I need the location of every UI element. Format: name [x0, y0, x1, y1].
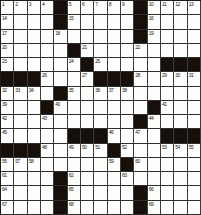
clue-number-1: 1 [2, 1, 4, 7]
white-cell-r4c11[interactable]: 22 [134, 44, 147, 58]
clue-number-5: 5 [69, 1, 71, 7]
white-cell-r4c9[interactable] [108, 44, 121, 58]
white-cell-r1c3[interactable]: 3 [28, 1, 41, 15]
clue-number-48: 48 [42, 144, 47, 150]
clue-number-13: 13 [189, 1, 194, 7]
black-cell-r9c11 [134, 115, 147, 129]
white-cell-r3c6[interactable] [68, 30, 81, 44]
white-cell-r8c3[interactable] [28, 101, 41, 115]
white-cell-r13c9[interactable] [108, 172, 121, 186]
white-cell-r5c12[interactable] [148, 58, 161, 72]
white-cell-r12c12[interactable] [148, 158, 161, 172]
black-cell-r5c13 [161, 58, 174, 72]
white-cell-r4c7[interactable]: 21 [81, 44, 94, 58]
white-cell-r15c12[interactable]: 69 [148, 201, 161, 215]
white-cell-r7c1[interactable]: 32 [1, 87, 14, 101]
clue-number-21: 21 [82, 44, 87, 50]
white-cell-r3c12[interactable]: 19 [148, 30, 161, 44]
white-cell-r7c15[interactable] [188, 87, 201, 101]
white-cell-r8c13[interactable]: 41 [161, 101, 174, 115]
white-cell-r15c14[interactable] [174, 201, 187, 215]
white-cell-r14c3[interactable] [28, 186, 41, 200]
white-cell-r6c7[interactable]: 27 [81, 72, 94, 86]
clue-number-45: 45 [2, 129, 7, 135]
white-cell-r14c9[interactable] [108, 186, 121, 200]
white-cell-r1c4[interactable]: 4 [41, 1, 54, 15]
clue-number-57: 57 [15, 158, 20, 164]
white-cell-r2c6[interactable]: 15 [68, 15, 81, 29]
black-cell-r6c2 [14, 72, 27, 86]
white-cell-r8c5[interactable]: 40 [54, 101, 67, 115]
white-cell-r15c15[interactable] [188, 201, 201, 215]
white-cell-r5c3[interactable] [28, 58, 41, 72]
clue-number-40: 40 [55, 101, 60, 107]
clue-number-14: 14 [2, 15, 7, 21]
white-cell-r2c2[interactable] [14, 15, 27, 29]
clue-number-4: 4 [42, 1, 44, 7]
white-cell-r6c12[interactable] [148, 72, 161, 86]
white-cell-r4c15[interactable] [188, 44, 201, 58]
white-cell-r3c8[interactable] [94, 30, 107, 44]
clue-number-63: 63 [122, 172, 127, 178]
white-cell-r2c10[interactable] [121, 15, 134, 29]
white-cell-r9c4[interactable]: 43 [41, 115, 54, 129]
white-cell-r2c9[interactable] [108, 15, 121, 29]
white-cell-r2c13[interactable] [161, 15, 174, 29]
white-cell-r12c7[interactable] [81, 158, 94, 172]
white-cell-r6c4[interactable]: 26 [41, 72, 54, 86]
white-cell-r3c4[interactable] [41, 30, 54, 44]
clue-number-42: 42 [2, 115, 7, 121]
white-cell-r8c8[interactable] [94, 101, 107, 115]
white-cell-r5c8[interactable]: 25 [94, 58, 107, 72]
black-cell-r3c11 [134, 30, 147, 44]
white-cell-r9c15[interactable] [188, 115, 201, 129]
white-cell-r13c15[interactable] [188, 172, 201, 186]
white-cell-r1c2[interactable]: 2 [14, 1, 27, 15]
white-cell-r7c10[interactable]: 38 [121, 87, 134, 101]
white-cell-r7c2[interactable]: 33 [14, 87, 27, 101]
white-cell-r10c1[interactable]: 45 [1, 129, 14, 143]
white-cell-r5c1[interactable]: 23 [1, 58, 14, 72]
clue-number-20: 20 [2, 44, 7, 50]
white-cell-r13c12[interactable] [148, 172, 161, 186]
white-cell-r14c2[interactable] [14, 186, 27, 200]
white-cell-r8c1[interactable]: 39 [1, 101, 14, 115]
white-cell-r10c10[interactable] [121, 129, 134, 143]
white-cell-r7c3[interactable]: 34 [28, 87, 41, 101]
white-cell-r12c13[interactable] [161, 158, 174, 172]
white-cell-r10c3[interactable] [28, 129, 41, 143]
white-cell-r5c2[interactable] [14, 58, 27, 72]
clue-number-6: 6 [82, 1, 84, 7]
white-cell-r7c12[interactable] [148, 87, 161, 101]
white-cell-r9c5[interactable] [54, 115, 67, 129]
clue-number-62: 62 [69, 172, 74, 178]
white-cell-r15c2[interactable] [14, 201, 27, 215]
white-cell-r8c11[interactable] [134, 101, 147, 115]
white-cell-r13c4[interactable] [41, 172, 54, 186]
black-cell-r13c5 [54, 172, 67, 186]
black-cell-r10c13 [161, 129, 174, 143]
white-cell-r14c8[interactable] [94, 186, 107, 200]
clue-number-61: 61 [2, 172, 7, 178]
black-cell-r1c5 [54, 1, 67, 15]
white-cell-r4c13[interactable] [161, 44, 174, 58]
white-cell-r6c5[interactable] [54, 72, 67, 86]
white-cell-r13c8[interactable] [94, 172, 107, 186]
white-cell-r14c7[interactable] [81, 186, 94, 200]
white-cell-r6c11[interactable]: 28 [134, 72, 147, 86]
clue-number-66: 66 [149, 186, 154, 192]
white-cell-r15c4[interactable] [41, 201, 54, 215]
white-cell-r13c10[interactable]: 63 [121, 172, 134, 186]
white-cell-r11c10[interactable]: 52 [121, 144, 134, 158]
clue-number-31: 31 [189, 72, 194, 78]
white-cell-r3c1[interactable]: 17 [1, 30, 14, 44]
clue-number-52: 52 [122, 144, 127, 150]
clue-number-43: 43 [42, 115, 47, 121]
black-cell-r2c11 [134, 15, 147, 29]
white-cell-r15c3[interactable] [28, 201, 41, 215]
white-cell-r4c14[interactable] [174, 44, 187, 58]
white-cell-r14c12[interactable]: 66 [148, 186, 161, 200]
white-cell-r6c6[interactable] [68, 72, 81, 86]
white-cell-r2c15[interactable] [188, 15, 201, 29]
clue-number-24: 24 [69, 58, 74, 64]
clue-number-58: 58 [29, 158, 34, 164]
clue-number-54: 54 [175, 144, 180, 150]
black-cell-r5c14 [174, 58, 187, 72]
white-cell-r8c6[interactable] [68, 101, 81, 115]
white-cell-r3c3[interactable] [28, 30, 41, 44]
clue-number-10: 10 [149, 1, 154, 7]
white-cell-r3c5[interactable]: 18 [54, 30, 67, 44]
white-cell-r11c4[interactable]: 48 [41, 144, 54, 158]
white-cell-r5c5[interactable] [54, 58, 67, 72]
white-cell-r11c5[interactable] [54, 144, 67, 158]
black-cell-r10c7 [81, 129, 94, 143]
white-cell-r5c4[interactable] [41, 58, 54, 72]
white-cell-r14c15[interactable] [188, 186, 201, 200]
clue-number-27: 27 [82, 72, 87, 78]
white-cell-r7c7[interactable] [81, 87, 94, 101]
white-cell-r9c6[interactable] [68, 115, 81, 129]
clue-number-46: 46 [109, 129, 114, 135]
white-cell-r4c10[interactable] [121, 44, 134, 58]
white-cell-r6c13[interactable]: 29 [161, 72, 174, 86]
white-cell-r11c12[interactable] [148, 144, 161, 158]
white-cell-r13c13[interactable] [161, 172, 174, 186]
white-cell-r11c15[interactable]: 55 [188, 144, 201, 158]
clue-number-39: 39 [2, 101, 7, 107]
white-cell-r3c14[interactable] [174, 30, 187, 44]
white-cell-r11c14[interactable]: 54 [174, 144, 187, 158]
white-cell-r12c6[interactable] [68, 158, 81, 172]
black-cell-r5c15 [188, 58, 201, 72]
clue-number-16: 16 [149, 15, 154, 21]
clue-number-29: 29 [162, 72, 167, 78]
white-cell-r12c9[interactable]: 59 [108, 158, 121, 172]
white-cell-r2c12[interactable]: 16 [148, 15, 161, 29]
white-cell-r1c13[interactable]: 11 [161, 1, 174, 15]
white-cell-r1c9[interactable]: 8 [108, 1, 121, 15]
black-cell-r5c7 [81, 58, 94, 72]
black-cell-r6c8 [94, 72, 107, 86]
crossword-puzzle: 1234567891011121314151617181920212223242… [0, 0, 201, 215]
white-cell-r1c10[interactable]: 9 [121, 1, 134, 15]
white-cell-r11c8[interactable]: 51 [94, 144, 107, 158]
clue-number-47: 47 [135, 129, 140, 135]
white-cell-r15c7[interactable] [81, 201, 94, 215]
clue-number-2: 2 [15, 1, 17, 7]
white-cell-r9c13[interactable] [161, 115, 174, 129]
white-cell-r14c10[interactable] [121, 186, 134, 200]
black-cell-r11c2 [14, 144, 27, 158]
black-cell-r4c6 [68, 44, 81, 58]
white-cell-r1c6[interactable]: 5 [68, 1, 81, 15]
white-cell-r14c13[interactable] [161, 186, 174, 200]
white-cell-r13c2[interactable] [14, 172, 27, 186]
white-cell-r13c1[interactable]: 61 [1, 172, 14, 186]
clue-number-11: 11 [162, 1, 166, 7]
white-cell-r1c7[interactable]: 6 [81, 1, 94, 15]
white-cell-r12c5[interactable] [54, 158, 67, 172]
black-cell-r6c9 [108, 72, 121, 86]
white-cell-r2c8[interactable] [94, 15, 107, 29]
black-cell-r10c6 [68, 129, 81, 143]
black-cell-r14c11 [134, 186, 147, 200]
white-cell-r13c3[interactable] [28, 172, 41, 186]
black-cell-r1c11 [134, 1, 147, 15]
clue-number-68: 68 [69, 201, 74, 207]
white-cell-r12c8[interactable] [94, 158, 107, 172]
white-cell-r12c14[interactable] [174, 158, 187, 172]
white-cell-r3c7[interactable] [81, 30, 94, 44]
clue-number-19: 19 [149, 30, 154, 36]
clue-number-60: 60 [135, 158, 140, 164]
white-cell-r7c9[interactable]: 37 [108, 87, 121, 101]
white-cell-r4c5[interactable] [54, 44, 67, 58]
white-cell-r13c11[interactable] [134, 172, 147, 186]
white-cell-r14c14[interactable] [174, 186, 187, 200]
white-cell-r14c6[interactable]: 65 [68, 186, 81, 200]
white-cell-r15c8[interactable] [94, 201, 107, 215]
white-cell-r9c8[interactable] [94, 115, 107, 129]
black-cell-r6c10 [121, 72, 134, 86]
white-cell-r12c1[interactable]: 56 [1, 158, 14, 172]
white-cell-r12c4[interactable] [41, 158, 54, 172]
clue-number-34: 34 [29, 87, 34, 93]
clue-number-12: 12 [175, 1, 180, 7]
clue-number-18: 18 [55, 30, 60, 36]
clue-number-69: 69 [149, 201, 154, 207]
white-cell-r1c14[interactable]: 12 [174, 1, 187, 15]
clue-number-53: 53 [162, 144, 167, 150]
black-cell-r7c5 [54, 87, 67, 101]
clue-number-30: 30 [175, 72, 180, 78]
white-cell-r13c6[interactable]: 62 [68, 172, 81, 186]
black-cell-r6c3 [28, 72, 41, 86]
white-cell-r5c6[interactable]: 24 [68, 58, 81, 72]
white-cell-r3c9[interactable] [108, 30, 121, 44]
clue-number-7: 7 [95, 1, 97, 7]
white-cell-r9c2[interactable] [14, 115, 27, 129]
white-cell-r14c4[interactable] [41, 186, 54, 200]
white-cell-r1c15[interactable]: 13 [188, 1, 201, 15]
black-cell-r11c9 [108, 144, 121, 158]
black-cell-r2c5 [54, 15, 67, 29]
black-cell-r10c15 [188, 129, 201, 143]
clue-number-50: 50 [82, 144, 87, 150]
white-cell-r8c9[interactable] [108, 101, 121, 115]
clue-number-22: 22 [135, 44, 140, 50]
white-cell-r3c10[interactable] [121, 30, 134, 44]
white-cell-r12c11[interactable]: 60 [134, 158, 147, 172]
white-cell-r10c5[interactable] [54, 129, 67, 143]
white-cell-r1c1[interactable]: 1 [1, 1, 14, 15]
white-cell-r9c9[interactable] [108, 115, 121, 129]
white-cell-r10c9[interactable]: 46 [108, 129, 121, 143]
black-cell-r15c5 [54, 201, 67, 215]
clue-number-51: 51 [95, 144, 100, 150]
white-cell-r5c11[interactable] [134, 58, 147, 72]
white-cell-r15c6[interactable]: 68 [68, 201, 81, 215]
white-cell-r9c3[interactable] [28, 115, 41, 129]
white-cell-r7c6[interactable]: 35 [68, 87, 81, 101]
clue-number-44: 44 [149, 115, 154, 121]
white-cell-r7c14[interactable] [174, 87, 187, 101]
white-cell-r15c9[interactable] [108, 201, 121, 215]
white-cell-r4c12[interactable] [148, 44, 161, 58]
black-cell-r12c10 [121, 158, 134, 172]
clue-number-36: 36 [95, 87, 100, 93]
black-cell-r8c4 [41, 101, 54, 115]
clue-number-23: 23 [2, 58, 7, 64]
white-cell-r4c2[interactable] [14, 44, 27, 58]
white-cell-r12c2[interactable]: 57 [14, 158, 27, 172]
black-cell-r15c11 [134, 201, 147, 215]
white-cell-r9c10[interactable] [121, 115, 134, 129]
white-cell-r2c14[interactable] [174, 15, 187, 29]
clue-number-3: 3 [29, 1, 31, 7]
clue-number-41: 41 [162, 101, 167, 107]
clue-number-33: 33 [15, 87, 20, 93]
black-cell-r10c14 [174, 129, 187, 143]
white-cell-r7c11[interactable] [134, 87, 147, 101]
white-cell-r3c13[interactable] [161, 30, 174, 44]
clue-number-37: 37 [109, 87, 114, 93]
white-cell-r13c7[interactable] [81, 172, 94, 186]
white-cell-r7c8[interactable]: 36 [94, 87, 107, 101]
white-cell-r1c8[interactable]: 7 [94, 1, 107, 15]
white-cell-r7c13[interactable] [161, 87, 174, 101]
white-cell-r9c7[interactable] [81, 115, 94, 129]
white-cell-r3c2[interactable] [14, 30, 27, 44]
white-cell-r10c11[interactable]: 47 [134, 129, 147, 143]
white-cell-r10c2[interactable] [14, 129, 27, 143]
white-cell-r2c7[interactable] [81, 15, 94, 29]
white-cell-r8c7[interactable] [81, 101, 94, 115]
white-cell-r7c4[interactable] [41, 87, 54, 101]
white-cell-r11c13[interactable]: 53 [161, 144, 174, 158]
clue-number-35: 35 [69, 87, 74, 93]
clue-number-9: 9 [122, 1, 124, 7]
white-cell-r4c8[interactable] [94, 44, 107, 58]
black-cell-r11c3 [28, 144, 41, 158]
white-cell-r1c12[interactable]: 10 [148, 1, 161, 15]
white-cell-r9c12[interactable]: 44 [148, 115, 161, 129]
white-cell-r9c14[interactable] [174, 115, 187, 129]
white-cell-r8c15[interactable] [188, 101, 201, 115]
black-cell-r8c12 [148, 101, 161, 115]
white-cell-r2c4[interactable] [41, 15, 54, 29]
clue-number-59: 59 [109, 158, 114, 164]
white-cell-r15c13[interactable] [161, 201, 174, 215]
clue-number-32: 32 [2, 87, 7, 93]
white-cell-r4c4[interactable] [41, 44, 54, 58]
clue-number-28: 28 [135, 72, 140, 78]
black-cell-r6c1 [1, 72, 14, 86]
crossword-grid: 1234567891011121314151617181920212223242… [0, 0, 201, 215]
clue-number-15: 15 [69, 15, 74, 21]
clue-number-65: 65 [69, 186, 74, 192]
clue-number-17: 17 [2, 30, 7, 36]
clue-number-25: 25 [95, 58, 100, 64]
white-cell-r12c3[interactable]: 58 [28, 158, 41, 172]
white-cell-r13c14[interactable] [174, 172, 187, 186]
clue-number-55: 55 [189, 144, 194, 150]
white-cell-r3c15[interactable] [188, 30, 201, 44]
white-cell-r6c15[interactable]: 31 [188, 72, 201, 86]
black-cell-r10c8 [94, 129, 107, 143]
white-cell-r2c3[interactable] [28, 15, 41, 29]
white-cell-r11c11[interactable] [134, 144, 147, 158]
white-cell-r11c6[interactable]: 49 [68, 144, 81, 158]
white-cell-r4c3[interactable] [28, 44, 41, 58]
black-cell-r14c5 [54, 186, 67, 200]
clue-number-38: 38 [122, 87, 127, 93]
clue-number-67: 67 [2, 201, 7, 207]
white-cell-r12c15[interactable] [188, 158, 201, 172]
clue-number-64: 64 [2, 186, 7, 192]
white-cell-r15c1[interactable]: 67 [1, 201, 14, 215]
white-cell-r10c12[interactable] [148, 129, 161, 143]
white-cell-r5c10[interactable] [121, 58, 134, 72]
clue-number-49: 49 [69, 144, 74, 150]
white-cell-r4c1[interactable]: 20 [1, 44, 14, 58]
white-cell-r14c1[interactable]: 64 [1, 186, 14, 200]
clue-number-56: 56 [2, 158, 7, 164]
white-cell-r10c4[interactable] [41, 129, 54, 143]
clue-number-26: 26 [42, 72, 47, 78]
white-cell-r15c10[interactable] [121, 201, 134, 215]
white-cell-r8c14[interactable] [174, 101, 187, 115]
white-cell-r5c9[interactable] [108, 58, 121, 72]
white-cell-r6c14[interactable]: 30 [174, 72, 187, 86]
white-cell-r8c10[interactable] [121, 101, 134, 115]
white-cell-r9c1[interactable]: 42 [1, 115, 14, 129]
white-cell-r8c2[interactable] [14, 101, 27, 115]
black-cell-r11c1 [1, 144, 14, 158]
white-cell-r11c7[interactable]: 50 [81, 144, 94, 158]
white-cell-r2c1[interactable]: 14 [1, 15, 14, 29]
clue-number-8: 8 [109, 1, 111, 7]
